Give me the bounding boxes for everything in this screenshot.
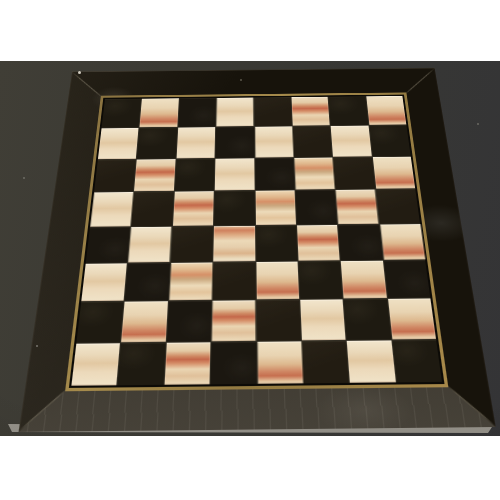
square-h5[interactable] — [376, 189, 420, 223]
square-a5[interactable] — [90, 192, 133, 226]
square-f3[interactable] — [298, 261, 342, 299]
frame-miter-seam — [71, 72, 104, 100]
square-h8[interactable] — [366, 96, 406, 125]
frame-miter-seam — [18, 386, 71, 432]
square-b3[interactable] — [125, 263, 170, 301]
square-d6[interactable] — [215, 158, 254, 190]
frame-miter-seam — [443, 382, 497, 427]
dust-speck — [240, 79, 242, 81]
square-f2[interactable] — [300, 300, 346, 340]
square-b5[interactable] — [131, 192, 173, 226]
square-g5[interactable] — [336, 190, 379, 224]
square-f8[interactable] — [291, 97, 330, 126]
square-e3[interactable] — [256, 261, 299, 299]
square-h2[interactable] — [388, 299, 436, 339]
square-g4[interactable] — [338, 224, 382, 260]
square-c5[interactable] — [173, 191, 214, 225]
square-d8[interactable] — [216, 98, 253, 127]
square-g3[interactable] — [341, 261, 387, 299]
square-d7[interactable] — [216, 127, 254, 158]
dust-speck — [23, 177, 25, 179]
square-e5[interactable] — [255, 190, 296, 224]
square-e7[interactable] — [254, 127, 293, 158]
square-a8[interactable] — [102, 99, 142, 128]
square-f5[interactable] — [295, 190, 337, 224]
square-f7[interactable] — [293, 126, 333, 157]
square-b6[interactable] — [134, 159, 175, 191]
square-a4[interactable] — [86, 227, 131, 263]
square-d2[interactable] — [212, 301, 256, 341]
square-f4[interactable] — [297, 225, 340, 261]
square-c4[interactable] — [171, 226, 213, 262]
square-c2[interactable] — [167, 301, 212, 341]
square-a7[interactable] — [98, 128, 139, 159]
square-g8[interactable] — [329, 96, 368, 125]
square-d1[interactable] — [211, 341, 256, 384]
playing-field — [69, 95, 445, 388]
dust-speck — [78, 71, 81, 74]
square-f6[interactable] — [294, 157, 335, 189]
square-h1[interactable] — [392, 340, 442, 383]
square-a1[interactable] — [71, 343, 120, 386]
square-a3[interactable] — [81, 263, 127, 301]
square-d3[interactable] — [213, 262, 256, 300]
square-h7[interactable] — [369, 125, 411, 156]
square-b1[interactable] — [118, 342, 166, 385]
square-b7[interactable] — [137, 128, 177, 159]
square-d4[interactable] — [213, 225, 254, 261]
square-h4[interactable] — [380, 224, 425, 260]
square-c8[interactable] — [178, 98, 216, 127]
dust-speck — [477, 123, 479, 125]
table-surface — [0, 61, 500, 436]
square-g2[interactable] — [344, 299, 391, 339]
square-b2[interactable] — [122, 301, 168, 341]
square-e4[interactable] — [256, 225, 298, 261]
square-c1[interactable] — [164, 342, 210, 385]
board-grid — [71, 96, 442, 386]
square-a6[interactable] — [94, 159, 136, 191]
square-e2[interactable] — [256, 300, 300, 340]
square-e6[interactable] — [255, 158, 295, 190]
square-d5[interactable] — [214, 191, 254, 225]
square-a2[interactable] — [76, 302, 123, 342]
chess-board — [19, 68, 496, 432]
frame-miter-seam — [403, 68, 435, 96]
square-g6[interactable] — [333, 157, 375, 189]
square-h6[interactable] — [372, 157, 415, 189]
square-e1[interactable] — [257, 341, 303, 384]
square-e8[interactable] — [254, 97, 292, 126]
square-c7[interactable] — [176, 127, 215, 158]
square-g1[interactable] — [347, 340, 396, 383]
brass-inlay-line — [65, 92, 448, 391]
square-h3[interactable] — [384, 260, 431, 298]
square-c3[interactable] — [169, 262, 213, 300]
square-c6[interactable] — [175, 159, 215, 191]
square-b8[interactable] — [140, 98, 179, 127]
square-b4[interactable] — [128, 226, 171, 262]
square-f1[interactable] — [302, 341, 349, 384]
square-g7[interactable] — [331, 126, 372, 157]
photo-of-chess-board — [0, 0, 500, 500]
dust-speck — [36, 345, 38, 347]
